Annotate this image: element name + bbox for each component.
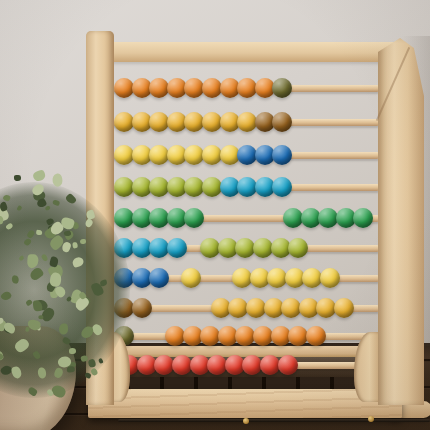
bead-golden[interactable] bbox=[334, 298, 354, 318]
bead-red[interactable] bbox=[278, 355, 298, 375]
leaf-speck bbox=[14, 175, 21, 181]
bead-teal[interactable] bbox=[167, 238, 187, 258]
brass-screw bbox=[368, 416, 374, 422]
bead-green[interactable] bbox=[283, 208, 303, 228]
frame-post-right bbox=[378, 38, 424, 405]
leaf-speck bbox=[49, 272, 61, 287]
bead-yellow[interactable] bbox=[232, 268, 252, 288]
leaf-speck bbox=[79, 238, 86, 244]
leaf-speck bbox=[11, 275, 19, 284]
scene bbox=[0, 0, 430, 430]
leaf-speck bbox=[58, 323, 67, 334]
brass-screw bbox=[243, 418, 249, 424]
base-board bbox=[88, 389, 402, 418]
frame-top-bar bbox=[104, 42, 396, 62]
stand-metal-wire bbox=[118, 419, 430, 422]
bead-brown[interactable] bbox=[132, 298, 152, 318]
leaf-speck bbox=[38, 315, 43, 319]
base-board-grain bbox=[88, 389, 402, 418]
bead-orange[interactable] bbox=[306, 326, 326, 346]
bead-yellow[interactable] bbox=[181, 268, 201, 288]
bead-yellow[interactable] bbox=[320, 268, 340, 288]
